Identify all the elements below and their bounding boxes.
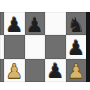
- square-e7[interactable]: [4, 35, 25, 58]
- white-pawn: ♟: [67, 61, 85, 81]
- black-pawn: ♟: [67, 38, 85, 58]
- black-pawn: ♟: [46, 61, 64, 81]
- square-h7[interactable]: ♟: [66, 35, 87, 58]
- square-h8[interactable]: ♞: [66, 12, 87, 35]
- black-knight: ♞: [67, 14, 85, 34]
- black-pawn: ♟: [5, 14, 23, 34]
- square-e8[interactable]: ♟: [4, 12, 25, 35]
- square-f8[interactable]: ♟: [25, 12, 46, 35]
- square-g7[interactable]: [45, 35, 66, 58]
- square-f7[interactable]: [25, 35, 46, 58]
- board-right-border: [86, 12, 90, 82]
- black-pawn: ♟: [26, 14, 44, 34]
- square-h6[interactable]: ♟: [66, 59, 87, 82]
- square-e6[interactable]: ♟: [4, 59, 25, 82]
- white-pawn: ♟: [5, 61, 23, 81]
- chess-board: ♟ ♟ ♞ ♟ ♟ ♟ ♟: [0, 12, 87, 82]
- square-g8[interactable]: [45, 12, 66, 35]
- square-g6[interactable]: ♟: [45, 59, 66, 82]
- square-f6[interactable]: [25, 59, 46, 82]
